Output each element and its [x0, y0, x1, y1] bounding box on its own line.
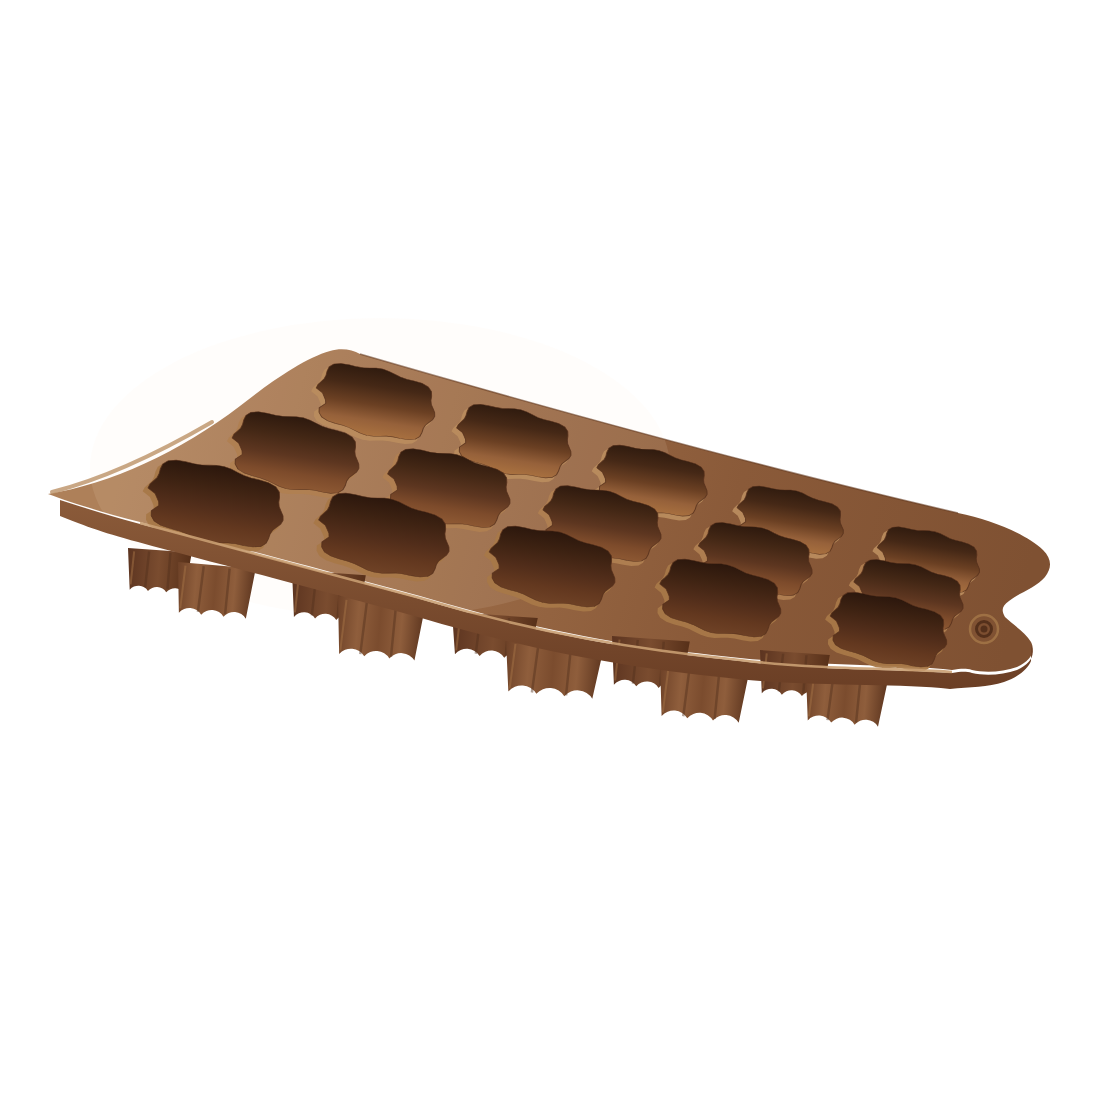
- mold-foot-front: [174, 562, 256, 619]
- foot-body: [174, 562, 256, 619]
- chocolate-mold-photo: [0, 0, 1100, 1100]
- white-background: [0, 0, 1100, 1100]
- hole-center: [981, 626, 988, 633]
